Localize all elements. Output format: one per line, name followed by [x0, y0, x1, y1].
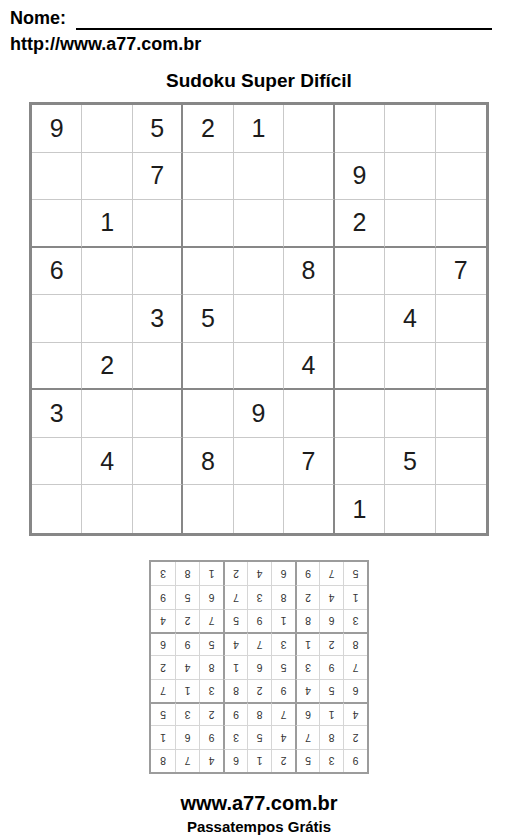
page-header: Nome: http://www.a77.com.br: [0, 0, 518, 55]
solution-cell: 8: [223, 679, 247, 702]
puzzle-cell[interactable]: [436, 343, 486, 391]
puzzle-cell[interactable]: [183, 153, 233, 201]
puzzle-cell[interactable]: [234, 295, 284, 343]
puzzle-cell: 4: [284, 343, 334, 391]
puzzle-cell: 5: [385, 438, 435, 486]
page-footer: www.a77.com.br Passatempos Grátis: [0, 792, 518, 835]
puzzle-cell: 7: [436, 248, 486, 296]
puzzle-cell: 4: [82, 438, 132, 486]
solution-cell: 1: [175, 679, 199, 702]
puzzle-cell[interactable]: [133, 248, 183, 296]
solution-cell: 4: [295, 679, 319, 702]
puzzle-cell: 3: [32, 390, 82, 438]
puzzle-cell[interactable]: [284, 105, 334, 153]
puzzle-cell[interactable]: [82, 105, 132, 153]
solution-cell: 2: [319, 632, 343, 655]
solution-cell: 4: [199, 749, 223, 772]
solution-cell: 1: [271, 609, 295, 632]
solution-cell: 6: [295, 702, 319, 725]
puzzle-cell: 8: [183, 438, 233, 486]
solution-cell: 8: [343, 632, 367, 655]
solution-cell: 3: [199, 679, 223, 702]
puzzle-cell: 1: [234, 105, 284, 153]
solution-cell: 3: [271, 632, 295, 655]
puzzle-cell[interactable]: [436, 438, 486, 486]
solution-cell: 9: [295, 562, 319, 585]
solution-cell: 1: [319, 702, 343, 725]
solution-cell: 6: [247, 655, 271, 678]
puzzle-cell: 1: [335, 485, 385, 533]
sudoku-puzzle-grid: 95217912687354243948751: [29, 102, 489, 536]
solution-cell: 5: [151, 702, 175, 725]
puzzle-cell[interactable]: [183, 390, 233, 438]
solution-cell: 9: [271, 679, 295, 702]
solution-cell: 3: [151, 562, 175, 585]
solution-cell: 2: [151, 655, 175, 678]
solution-cell: 8: [271, 585, 295, 608]
footer-site: www.a77.com.br: [0, 792, 518, 815]
worksheet-page: Nome: http://www.a77.com.br Sudoku Super…: [0, 0, 518, 840]
puzzle-cell[interactable]: [385, 153, 435, 201]
solution-cell: 3: [343, 609, 367, 632]
puzzle-title: Sudoku Super Difícil: [0, 70, 518, 92]
puzzle-cell: 7: [284, 438, 334, 486]
solution-cell: 7: [247, 632, 271, 655]
solution-cell: 1: [247, 749, 271, 772]
solution-cell: 7: [175, 749, 199, 772]
puzzle-cell[interactable]: [284, 153, 334, 201]
puzzle-cell: 6: [32, 248, 82, 296]
puzzle-cell: 2: [335, 200, 385, 248]
puzzle-cell[interactable]: [234, 153, 284, 201]
footer-tagline: Passatempos Grátis: [0, 818, 518, 835]
solution-cell: 9: [319, 655, 343, 678]
puzzle-cell[interactable]: [133, 390, 183, 438]
puzzle-cell[interactable]: [335, 343, 385, 391]
solution-cell: 5: [343, 562, 367, 585]
puzzle-cell[interactable]: [436, 105, 486, 153]
puzzle-cell: 9: [335, 153, 385, 201]
puzzle-cell[interactable]: [82, 248, 132, 296]
puzzle-cell[interactable]: [32, 438, 82, 486]
solution-cell: 5: [295, 749, 319, 772]
puzzle-cell[interactable]: [133, 200, 183, 248]
solution-cell: 9: [343, 749, 367, 772]
solution-cell: 3: [247, 585, 271, 608]
solution-cell: 2: [247, 679, 271, 702]
solution-cell: 4: [151, 609, 175, 632]
puzzle-cell[interactable]: [385, 248, 435, 296]
solution-cell: 3: [223, 725, 247, 748]
puzzle-cell[interactable]: [133, 438, 183, 486]
solution-cell: 6: [271, 562, 295, 585]
solution-cell: 6: [151, 632, 175, 655]
solution-cell: 7: [271, 702, 295, 725]
puzzle-cell[interactable]: [234, 485, 284, 533]
puzzle-cell[interactable]: [183, 200, 233, 248]
name-row: Nome:: [10, 6, 492, 30]
puzzle-cell[interactable]: [436, 295, 486, 343]
puzzle-cell[interactable]: [183, 485, 233, 533]
solution-cell: 9: [223, 702, 247, 725]
puzzle-cell[interactable]: [234, 343, 284, 391]
solution-cell: 2: [295, 585, 319, 608]
solution-cell: 9: [151, 585, 175, 608]
puzzle-cell[interactable]: [32, 343, 82, 391]
solution-cell: 4: [271, 725, 295, 748]
solution-cell: 7: [343, 655, 367, 678]
solution-cell: 8: [199, 655, 223, 678]
solution-cell: 4: [319, 585, 343, 608]
puzzle-cell[interactable]: [234, 248, 284, 296]
solution-cell: 5: [223, 609, 247, 632]
solution-cell: 5: [247, 725, 271, 748]
solution-cell: 4: [247, 562, 271, 585]
solution-cell: 1: [223, 655, 247, 678]
puzzle-cell: 5: [133, 105, 183, 153]
solution-cell: 3: [295, 655, 319, 678]
puzzle-cell[interactable]: [82, 153, 132, 201]
solution-cell: 2: [175, 609, 199, 632]
solution-cell: 9: [247, 609, 271, 632]
solution-cell: 2: [223, 562, 247, 585]
puzzle-cell[interactable]: [32, 295, 82, 343]
puzzle-grid-wrapper: 95217912687354243948751: [0, 102, 518, 536]
puzzle-cell[interactable]: [436, 200, 486, 248]
puzzle-cell[interactable]: [436, 485, 486, 533]
solution-cell: 4: [223, 632, 247, 655]
solution-cell: 3: [319, 749, 343, 772]
solution-cell: 7: [151, 679, 175, 702]
solution-grid-wrapper: 9352164782874539614167892356549283177935…: [0, 560, 518, 774]
puzzle-cell[interactable]: [385, 343, 435, 391]
puzzle-cell: 7: [133, 153, 183, 201]
puzzle-cell[interactable]: [284, 390, 334, 438]
solution-cell: 3: [175, 702, 199, 725]
solution-cell: 6: [343, 679, 367, 702]
solution-cell: 6: [175, 725, 199, 748]
solution-cell: 5: [199, 632, 223, 655]
puzzle-cell[interactable]: [82, 390, 132, 438]
puzzle-cell[interactable]: [335, 438, 385, 486]
solution-cell: 8: [151, 749, 175, 772]
puzzle-cell[interactable]: [133, 485, 183, 533]
puzzle-cell[interactable]: [234, 438, 284, 486]
puzzle-cell[interactable]: [335, 295, 385, 343]
solution-cell: 5: [319, 679, 343, 702]
puzzle-cell: 9: [234, 390, 284, 438]
puzzle-cell[interactable]: [284, 485, 334, 533]
puzzle-cell[interactable]: [385, 485, 435, 533]
solution-cell: 5: [175, 585, 199, 608]
solution-cell: 2: [199, 702, 223, 725]
puzzle-cell[interactable]: [436, 390, 486, 438]
solution-cell: 8: [295, 609, 319, 632]
puzzle-cell: 2: [183, 105, 233, 153]
name-fill-line: [76, 8, 492, 30]
puzzle-cell[interactable]: [436, 153, 486, 201]
puzzle-cell[interactable]: [385, 105, 435, 153]
puzzle-cell: 4: [385, 295, 435, 343]
solution-cell: 9: [199, 725, 223, 748]
site-url: http://www.a77.com.br: [10, 34, 492, 55]
name-label: Nome:: [10, 6, 66, 30]
solution-cell: 6: [199, 585, 223, 608]
puzzle-cell[interactable]: [32, 200, 82, 248]
puzzle-cell: 8: [284, 248, 334, 296]
solution-cell: 1: [343, 585, 367, 608]
puzzle-cell[interactable]: [183, 248, 233, 296]
solution-cell: 6: [319, 609, 343, 632]
puzzle-cell[interactable]: [335, 390, 385, 438]
puzzle-cell[interactable]: [133, 343, 183, 391]
solution-cell: 8: [175, 562, 199, 585]
puzzle-cell[interactable]: [385, 200, 435, 248]
puzzle-cell[interactable]: [335, 105, 385, 153]
solution-cell: 8: [247, 702, 271, 725]
solution-cell: 7: [199, 609, 223, 632]
solution-cell: 6: [223, 749, 247, 772]
puzzle-cell[interactable]: [234, 200, 284, 248]
solution-cell: 2: [271, 749, 295, 772]
solution-cell: 8: [319, 725, 343, 748]
puzzle-cell: 3: [133, 295, 183, 343]
solution-cell: 1: [199, 562, 223, 585]
puzzle-cell[interactable]: [284, 295, 334, 343]
puzzle-cell[interactable]: [32, 153, 82, 201]
solution-cell: 7: [319, 562, 343, 585]
puzzle-cell[interactable]: [385, 390, 435, 438]
puzzle-cell[interactable]: [183, 343, 233, 391]
puzzle-cell[interactable]: [335, 248, 385, 296]
puzzle-cell[interactable]: [82, 295, 132, 343]
solution-cell: 2: [343, 725, 367, 748]
sudoku-solution-grid-rotated: 9352164782874539614167892356549283177935…: [149, 560, 369, 774]
puzzle-cell: 9: [32, 105, 82, 153]
solution-cell: 4: [343, 702, 367, 725]
puzzle-cell: 5: [183, 295, 233, 343]
solution-cell: 5: [271, 655, 295, 678]
solution-cell: 4: [175, 655, 199, 678]
puzzle-cell: 2: [82, 343, 132, 391]
puzzle-cell[interactable]: [284, 200, 334, 248]
puzzle-cell[interactable]: [82, 485, 132, 533]
puzzle-cell[interactable]: [32, 485, 82, 533]
puzzle-cell: 1: [82, 200, 132, 248]
solution-cell: 1: [295, 632, 319, 655]
solution-cell: 1: [151, 725, 175, 748]
solution-cell: 9: [175, 632, 199, 655]
solution-cell: 7: [295, 725, 319, 748]
solution-cell: 7: [223, 585, 247, 608]
